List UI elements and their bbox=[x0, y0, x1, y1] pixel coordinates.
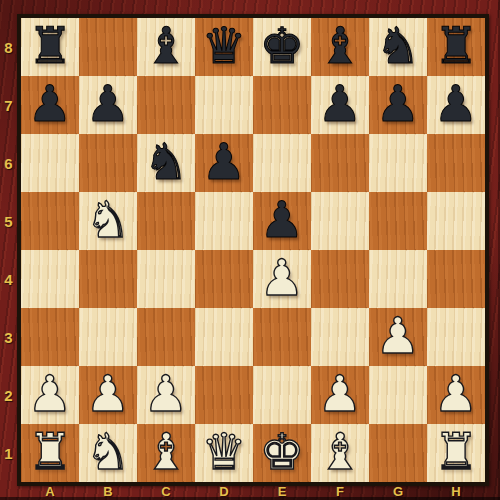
square-c2[interactable]: ♟ bbox=[137, 366, 195, 424]
piece-white-rook[interactable]: ♜ bbox=[21, 424, 79, 482]
piece-white-pawn[interactable]: ♟ bbox=[427, 366, 485, 424]
square-c5[interactable] bbox=[137, 192, 195, 250]
square-h4[interactable] bbox=[427, 250, 485, 308]
file-label-c: C bbox=[137, 485, 195, 500]
square-f7[interactable]: ♟ bbox=[311, 76, 369, 134]
square-a6[interactable] bbox=[21, 134, 79, 192]
square-g4[interactable] bbox=[369, 250, 427, 308]
square-d5[interactable] bbox=[195, 192, 253, 250]
square-h5[interactable] bbox=[427, 192, 485, 250]
rank-label-3: 3 bbox=[0, 308, 17, 366]
square-h7[interactable]: ♟ bbox=[427, 76, 485, 134]
file-label-e: E bbox=[253, 485, 311, 500]
square-e6[interactable] bbox=[253, 134, 311, 192]
square-g2[interactable] bbox=[369, 366, 427, 424]
rank-label-1: 1 bbox=[0, 424, 17, 482]
square-f3[interactable] bbox=[311, 308, 369, 366]
file-label-b: B bbox=[79, 485, 137, 500]
square-e4[interactable]: ♟ bbox=[253, 250, 311, 308]
square-e7[interactable] bbox=[253, 76, 311, 134]
square-c1[interactable]: ♝ bbox=[137, 424, 195, 482]
chess-board-diagram: ♜♝♛♚♝♞♜♟♟♟♟♟♞♟♞♟♟♟♟♟♟♟♟♜♞♝♛♚♝♜ 87654321 … bbox=[0, 0, 500, 500]
piece-white-rook[interactable]: ♜ bbox=[427, 424, 485, 482]
piece-black-queen[interactable]: ♛ bbox=[195, 18, 253, 76]
piece-black-rook[interactable]: ♜ bbox=[21, 18, 79, 76]
piece-black-rook[interactable]: ♜ bbox=[427, 18, 485, 76]
piece-black-bishop[interactable]: ♝ bbox=[137, 18, 195, 76]
square-b8[interactable] bbox=[79, 18, 137, 76]
piece-white-bishop[interactable]: ♝ bbox=[311, 424, 369, 482]
file-label-a: A bbox=[21, 485, 79, 500]
square-g1[interactable] bbox=[369, 424, 427, 482]
square-b2[interactable]: ♟ bbox=[79, 366, 137, 424]
piece-white-pawn[interactable]: ♟ bbox=[79, 366, 137, 424]
rank-label-5: 5 bbox=[0, 192, 17, 250]
file-label-d: D bbox=[195, 485, 253, 500]
square-e2[interactable] bbox=[253, 366, 311, 424]
piece-white-pawn[interactable]: ♟ bbox=[311, 366, 369, 424]
square-f1[interactable]: ♝ bbox=[311, 424, 369, 482]
piece-black-knight[interactable]: ♞ bbox=[369, 18, 427, 76]
piece-black-knight[interactable]: ♞ bbox=[137, 134, 195, 192]
square-d8[interactable]: ♛ bbox=[195, 18, 253, 76]
square-a2[interactable]: ♟ bbox=[21, 366, 79, 424]
square-a1[interactable]: ♜ bbox=[21, 424, 79, 482]
square-a3[interactable] bbox=[21, 308, 79, 366]
square-a5[interactable] bbox=[21, 192, 79, 250]
square-c7[interactable] bbox=[137, 76, 195, 134]
square-e1[interactable]: ♚ bbox=[253, 424, 311, 482]
square-b7[interactable]: ♟ bbox=[79, 76, 137, 134]
chess-board: ♜♝♛♚♝♞♜♟♟♟♟♟♞♟♞♟♟♟♟♟♟♟♟♜♞♝♛♚♝♜ bbox=[17, 14, 489, 486]
square-h6[interactable] bbox=[427, 134, 485, 192]
piece-black-pawn[interactable]: ♟ bbox=[369, 76, 427, 134]
square-h8[interactable]: ♜ bbox=[427, 18, 485, 76]
square-g7[interactable]: ♟ bbox=[369, 76, 427, 134]
square-c8[interactable]: ♝ bbox=[137, 18, 195, 76]
piece-black-bishop[interactable]: ♝ bbox=[311, 18, 369, 76]
square-h2[interactable]: ♟ bbox=[427, 366, 485, 424]
rank-coordinates: 87654321 bbox=[0, 18, 17, 482]
square-d4[interactable] bbox=[195, 250, 253, 308]
rank-label-7: 7 bbox=[0, 76, 17, 134]
piece-white-pawn[interactable]: ♟ bbox=[137, 366, 195, 424]
square-d1[interactable]: ♛ bbox=[195, 424, 253, 482]
square-h3[interactable] bbox=[427, 308, 485, 366]
square-a8[interactable]: ♜ bbox=[21, 18, 79, 76]
piece-black-pawn[interactable]: ♟ bbox=[195, 134, 253, 192]
square-g8[interactable]: ♞ bbox=[369, 18, 427, 76]
square-e5[interactable]: ♟ bbox=[253, 192, 311, 250]
square-c6[interactable]: ♞ bbox=[137, 134, 195, 192]
square-b3[interactable] bbox=[79, 308, 137, 366]
square-g6[interactable] bbox=[369, 134, 427, 192]
square-d7[interactable] bbox=[195, 76, 253, 134]
square-d6[interactable]: ♟ bbox=[195, 134, 253, 192]
square-d2[interactable] bbox=[195, 366, 253, 424]
piece-white-bishop[interactable]: ♝ bbox=[137, 424, 195, 482]
file-label-g: G bbox=[369, 485, 427, 500]
square-g5[interactable] bbox=[369, 192, 427, 250]
piece-white-pawn[interactable]: ♟ bbox=[369, 308, 427, 366]
file-coordinates: ABCDEFGH bbox=[21, 485, 485, 500]
piece-white-knight[interactable]: ♞ bbox=[79, 424, 137, 482]
file-label-h: H bbox=[427, 485, 485, 500]
square-d3[interactable] bbox=[195, 308, 253, 366]
board-grid: ♜♝♛♚♝♞♜♟♟♟♟♟♞♟♞♟♟♟♟♟♟♟♟♜♞♝♛♚♝♜ bbox=[21, 18, 485, 482]
square-f8[interactable]: ♝ bbox=[311, 18, 369, 76]
square-e8[interactable]: ♚ bbox=[253, 18, 311, 76]
square-b6[interactable] bbox=[79, 134, 137, 192]
piece-white-pawn[interactable]: ♟ bbox=[21, 366, 79, 424]
piece-black-king[interactable]: ♚ bbox=[253, 18, 311, 76]
rank-label-4: 4 bbox=[0, 250, 17, 308]
square-e3[interactable] bbox=[253, 308, 311, 366]
file-label-f: F bbox=[311, 485, 369, 500]
square-c3[interactable] bbox=[137, 308, 195, 366]
square-a4[interactable] bbox=[21, 250, 79, 308]
piece-black-pawn[interactable]: ♟ bbox=[253, 192, 311, 250]
square-b1[interactable]: ♞ bbox=[79, 424, 137, 482]
square-b4[interactable] bbox=[79, 250, 137, 308]
piece-white-knight[interactable]: ♞ bbox=[79, 192, 137, 250]
piece-black-pawn[interactable]: ♟ bbox=[79, 76, 137, 134]
square-f6[interactable] bbox=[311, 134, 369, 192]
square-c4[interactable] bbox=[137, 250, 195, 308]
piece-white-pawn[interactable]: ♟ bbox=[253, 250, 311, 308]
rank-label-6: 6 bbox=[0, 134, 17, 192]
square-h1[interactable]: ♜ bbox=[427, 424, 485, 482]
rank-label-8: 8 bbox=[0, 18, 17, 76]
square-f4[interactable] bbox=[311, 250, 369, 308]
square-b5[interactable]: ♞ bbox=[79, 192, 137, 250]
square-f5[interactable] bbox=[311, 192, 369, 250]
rank-label-2: 2 bbox=[0, 366, 17, 424]
square-f2[interactable]: ♟ bbox=[311, 366, 369, 424]
piece-black-pawn[interactable]: ♟ bbox=[21, 76, 79, 134]
piece-white-queen[interactable]: ♛ bbox=[195, 424, 253, 482]
piece-black-pawn[interactable]: ♟ bbox=[427, 76, 485, 134]
square-g3[interactable]: ♟ bbox=[369, 308, 427, 366]
square-a7[interactable]: ♟ bbox=[21, 76, 79, 134]
piece-white-king[interactable]: ♚ bbox=[253, 424, 311, 482]
piece-black-pawn[interactable]: ♟ bbox=[311, 76, 369, 134]
